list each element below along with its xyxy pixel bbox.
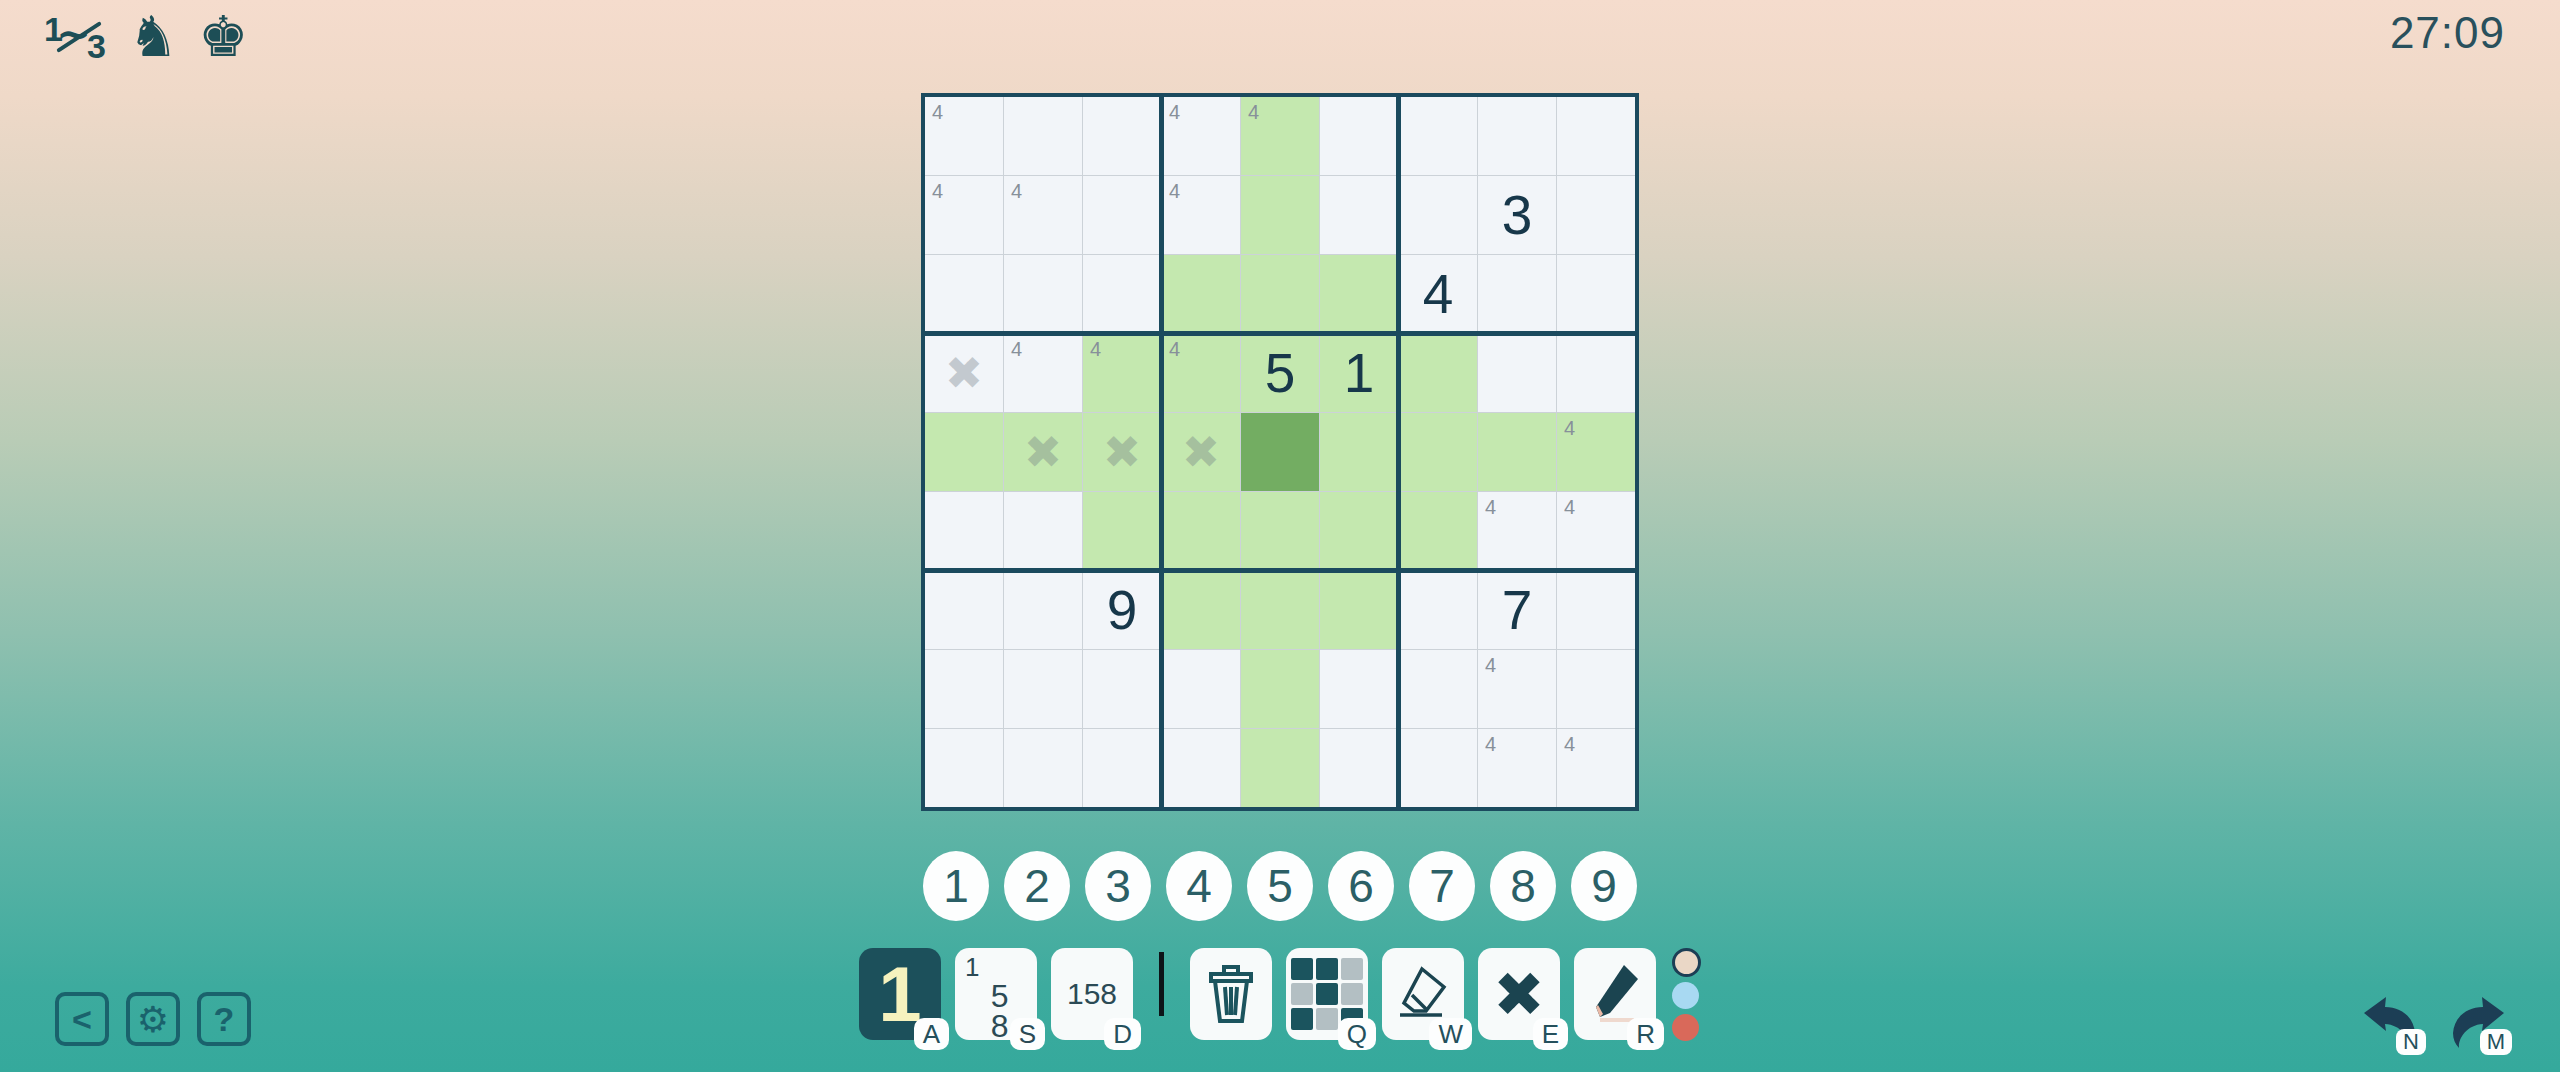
cell-r1c1[interactable]: 4	[925, 97, 1003, 175]
shortcut-badge-q: Q	[1338, 1018, 1376, 1050]
corner-pencil-mark: 4	[1248, 101, 1259, 124]
shortcut-badge-w: W	[1429, 1018, 1472, 1050]
cell-r5c2[interactable]: ✖	[1004, 413, 1082, 491]
box-line-horizontal-1	[925, 331, 1635, 336]
cell-r7c3[interactable]: 9	[1083, 571, 1161, 649]
digit: 4	[1399, 255, 1477, 333]
cell-r6c3[interactable]	[1083, 492, 1161, 570]
cell-r7c5[interactable]	[1241, 571, 1319, 649]
shortcut-badge-m: M	[2480, 1029, 2512, 1055]
numpad-button-3[interactable]: 3	[1085, 851, 1151, 921]
x-mark: ✖	[1162, 413, 1240, 491]
palette-color-3[interactable]	[1672, 1014, 1699, 1041]
cell-r6c7[interactable]	[1399, 492, 1477, 570]
cell-r9c2[interactable]	[1004, 729, 1082, 807]
cell-r7c2[interactable]	[1004, 571, 1082, 649]
tilde-icon: ~	[56, 10, 91, 59]
cell-r2c9[interactable]	[1557, 176, 1635, 254]
cell-r5c8[interactable]	[1478, 413, 1556, 491]
cell-r9c7[interactable]	[1399, 729, 1477, 807]
cell-r4c9[interactable]	[1557, 334, 1635, 412]
cell-r1c8[interactable]	[1478, 97, 1556, 175]
cell-r5c9[interactable]: 4	[1557, 413, 1635, 491]
trash-icon	[1190, 948, 1272, 1040]
corner-pencil-mark: 4	[1564, 733, 1575, 756]
cell-r5c7[interactable]	[1399, 413, 1477, 491]
cell-r4c8[interactable]	[1478, 334, 1556, 412]
shortcut-badge-s: S	[1010, 1018, 1045, 1050]
cell-r1c9[interactable]	[1557, 97, 1635, 175]
nonconsecutive-three: 3	[87, 27, 106, 66]
sudoku-grid: 44444434✖44451✖✖✖44497444	[925, 97, 1635, 807]
cell-r2c3[interactable]	[1083, 176, 1161, 254]
cell-r1c4[interactable]: 4	[1162, 97, 1240, 175]
constraint-icons: 1 ~ 3 ♞ ♚	[44, 8, 248, 66]
corner-pencil-mark: 4	[1169, 101, 1180, 124]
bottom-left-nav: < ⚙ ?	[55, 992, 251, 1046]
cell-r8c3[interactable]	[1083, 650, 1161, 728]
cell-r4c4[interactable]: 4	[1162, 334, 1240, 412]
game-timer: 27:09	[2390, 8, 2505, 58]
numpad-button-9[interactable]: 9	[1571, 851, 1637, 921]
color-mode-button[interactable]: Q	[1286, 948, 1368, 1040]
anti-knight-icon: ♞	[128, 8, 178, 66]
settings-button[interactable]: ⚙	[126, 992, 180, 1046]
corner-pencil-mark: 4	[1011, 180, 1022, 203]
x-mark: ✖	[925, 334, 1003, 412]
cell-r6c6[interactable]	[1320, 492, 1398, 570]
digit: 1	[1320, 334, 1398, 412]
cell-r5c6[interactable]	[1320, 413, 1398, 491]
cell-r1c6[interactable]	[1320, 97, 1398, 175]
help-button[interactable]: ?	[197, 992, 251, 1046]
numpad-button-5[interactable]: 5	[1247, 851, 1313, 921]
cell-r4c5[interactable]: 5	[1241, 334, 1319, 412]
corner-pencil-mark: 4	[1564, 496, 1575, 519]
cell-r6c5[interactable]	[1241, 492, 1319, 570]
cell-r9c1[interactable]	[925, 729, 1003, 807]
nonconsecutive-constraint-icon: 1 ~ 3	[44, 8, 108, 66]
cell-r9c5[interactable]	[1241, 729, 1319, 807]
cell-r1c3[interactable]	[1083, 97, 1161, 175]
back-label: <	[72, 1000, 92, 1039]
cell-r2c1[interactable]: 4	[925, 176, 1003, 254]
anti-king-icon: ♚	[198, 8, 248, 66]
cell-r2c4[interactable]: 4	[1162, 176, 1240, 254]
cell-r3c7[interactable]: 4	[1399, 255, 1477, 333]
corner-pencil-mark: 4	[932, 101, 943, 124]
shortcut-badge-r: R	[1627, 1018, 1664, 1050]
corner-pencil-mark: 4	[1485, 654, 1496, 677]
cell-r8c2[interactable]	[1004, 650, 1082, 728]
x-mark: ✖	[1083, 413, 1161, 491]
shortcut-badge-n: N	[2396, 1029, 2426, 1055]
cell-r2c5[interactable]	[1241, 176, 1319, 254]
box-line-horizontal-2	[925, 568, 1635, 573]
cell-r8c8[interactable]: 4	[1478, 650, 1556, 728]
corner-pencil-mark: 4	[1169, 338, 1180, 361]
shortcut-badge-e: E	[1533, 1018, 1568, 1050]
box-line-vertical-2	[1396, 97, 1401, 807]
cell-r8c7[interactable]	[1399, 650, 1477, 728]
cell-r3c5[interactable]	[1241, 255, 1319, 333]
entry-mode-center-marks-button[interactable]: 158 D	[1051, 948, 1133, 1040]
cell-r7c6[interactable]	[1320, 571, 1398, 649]
corner-pencil-mark: 4	[1011, 338, 1022, 361]
corner-pencil-mark: 4	[932, 180, 943, 203]
cell-r5c4[interactable]: ✖	[1162, 413, 1240, 491]
cell-r6c8[interactable]: 4	[1478, 492, 1556, 570]
cell-r8c1[interactable]	[925, 650, 1003, 728]
cell-r5c1[interactable]	[925, 413, 1003, 491]
corner-pencil-mark: 4	[1485, 496, 1496, 519]
cell-r1c7[interactable]	[1399, 97, 1477, 175]
cell-r7c7[interactable]	[1399, 571, 1477, 649]
cell-r2c7[interactable]	[1399, 176, 1477, 254]
cell-r9c8[interactable]: 4	[1478, 729, 1556, 807]
palette-color-2[interactable]	[1672, 982, 1699, 1009]
number-pad: 123456789	[0, 851, 2560, 921]
cell-r4c6[interactable]: 1	[1320, 334, 1398, 412]
eraser-button[interactable]: W	[1382, 948, 1464, 1040]
undo-redo-group: N M	[2360, 995, 2508, 1051]
numpad-button-8[interactable]: 8	[1490, 851, 1556, 921]
cell-r4c2[interactable]: 4	[1004, 334, 1082, 412]
x-mark: ✖	[1004, 413, 1082, 491]
corner-mark-preview-1: 1	[965, 952, 979, 983]
cell-r2c8[interactable]: 3	[1478, 176, 1556, 254]
cell-r8c6[interactable]	[1320, 650, 1398, 728]
cell-r9c9[interactable]: 4	[1557, 729, 1635, 807]
cell-r3c3[interactable]	[1083, 255, 1161, 333]
cell-r4c3[interactable]: 4	[1083, 334, 1161, 412]
back-button[interactable]: <	[55, 992, 109, 1046]
cell-r8c5[interactable]	[1241, 650, 1319, 728]
sudoku-board: 44444434✖44451✖✖✖44497444	[921, 93, 1639, 811]
cell-r8c4[interactable]	[1162, 650, 1240, 728]
cell-r2c6[interactable]	[1320, 176, 1398, 254]
cell-r3c2[interactable]	[1004, 255, 1082, 333]
delete-button[interactable]	[1190, 948, 1272, 1040]
cell-r1c5[interactable]: 4	[1241, 97, 1319, 175]
corner-pencil-mark: 4	[1169, 180, 1180, 203]
numpad-button-6[interactable]: 6	[1328, 851, 1394, 921]
cell-r8c9[interactable]	[1557, 650, 1635, 728]
help-label: ?	[214, 1000, 235, 1039]
digit: 9	[1083, 571, 1161, 649]
entry-mode-corner-marks-button[interactable]: 1 5 8 S	[955, 948, 1037, 1040]
cell-r3c1[interactable]	[925, 255, 1003, 333]
numpad-button-1[interactable]: 1	[923, 851, 989, 921]
cell-r6c1[interactable]	[925, 492, 1003, 570]
toolbar-divider	[1159, 952, 1164, 1016]
cell-r3c6[interactable]	[1320, 255, 1398, 333]
cell-r3c8[interactable]	[1478, 255, 1556, 333]
palette-color-1[interactable]	[1672, 948, 1701, 977]
color-palette	[1672, 948, 1701, 1041]
undo-button[interactable]: N	[2360, 995, 2422, 1051]
cell-r3c4[interactable]	[1162, 255, 1240, 333]
numpad-button-2[interactable]: 2	[1004, 851, 1070, 921]
cell-r7c8[interactable]: 7	[1478, 571, 1556, 649]
cell-r7c1[interactable]	[925, 571, 1003, 649]
digit: 5	[1241, 334, 1319, 412]
cell-r9c3[interactable]	[1083, 729, 1161, 807]
cell-r6c2[interactable]	[1004, 492, 1082, 570]
cell-r9c4[interactable]	[1162, 729, 1240, 807]
cross-mark-button[interactable]: ✖ E	[1478, 948, 1560, 1040]
numpad-button-7[interactable]: 7	[1409, 851, 1475, 921]
cell-r5c3[interactable]: ✖	[1083, 413, 1161, 491]
pen-button[interactable]: R	[1574, 948, 1656, 1040]
corner-mark-preview-8: 8	[991, 1008, 1009, 1045]
numpad-button-4[interactable]: 4	[1166, 851, 1232, 921]
toolbar: 1 A 1 5 8 S 158 D	[0, 948, 2560, 1041]
entry-mode-big-number-button[interactable]: 1 A	[859, 948, 941, 1040]
cell-r5c5[interactable]	[1241, 413, 1319, 491]
cell-r1c2[interactable]	[1004, 97, 1082, 175]
digit: 3	[1478, 176, 1556, 254]
box-line-vertical-1	[1159, 97, 1164, 807]
corner-pencil-mark: 4	[1485, 733, 1496, 756]
cell-r6c4[interactable]	[1162, 492, 1240, 570]
cell-r9c6[interactable]	[1320, 729, 1398, 807]
cell-r3c9[interactable]	[1557, 255, 1635, 333]
shortcut-badge-d: D	[1104, 1018, 1141, 1050]
shortcut-badge-a: A	[914, 1018, 949, 1050]
digit: 7	[1478, 571, 1556, 649]
corner-pencil-mark: 4	[1564, 417, 1575, 440]
cell-r4c7[interactable]	[1399, 334, 1477, 412]
gear-icon: ⚙	[137, 999, 169, 1040]
cell-r7c9[interactable]	[1557, 571, 1635, 649]
cell-r7c4[interactable]	[1162, 571, 1240, 649]
cell-r6c9[interactable]: 4	[1557, 492, 1635, 570]
cell-r2c2[interactable]: 4	[1004, 176, 1082, 254]
redo-button[interactable]: M	[2446, 995, 2508, 1051]
corner-pencil-mark: 4	[1090, 338, 1101, 361]
cell-r4c1[interactable]: ✖	[925, 334, 1003, 412]
